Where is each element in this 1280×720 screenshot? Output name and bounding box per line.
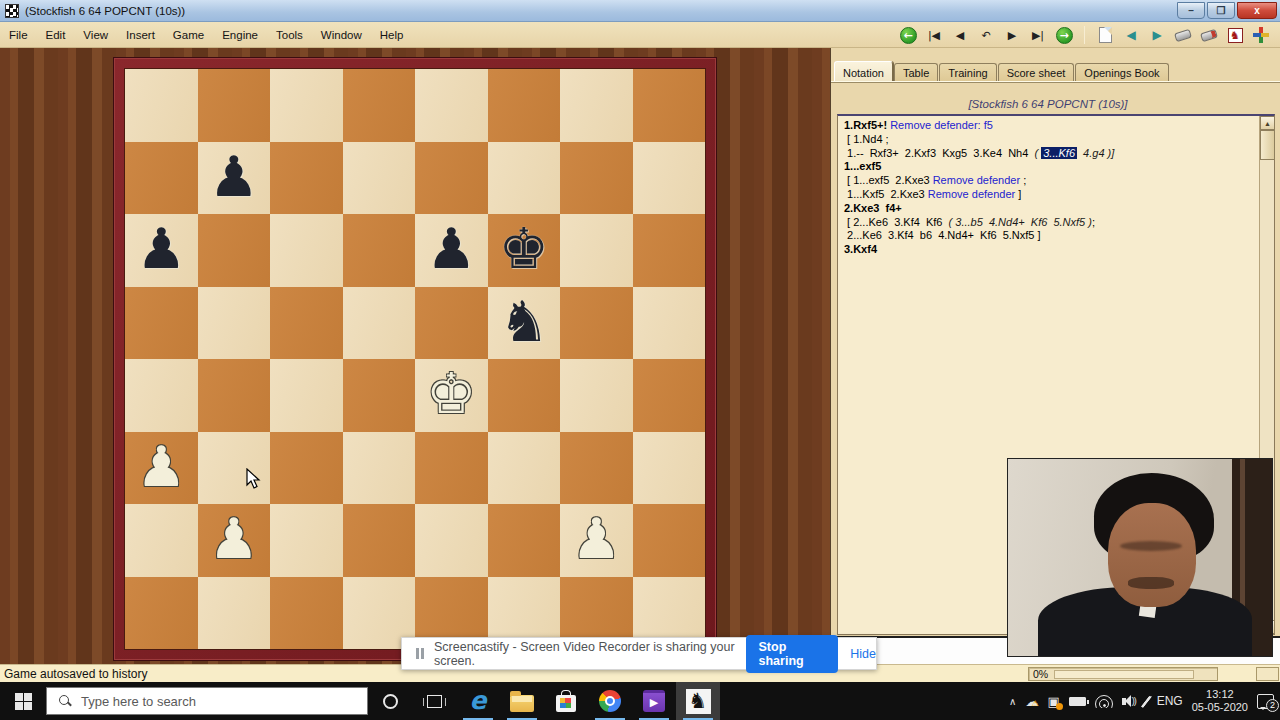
taskbar-apps: e▶♞ xyxy=(368,682,720,720)
square-f4[interactable] xyxy=(488,359,561,432)
square-a5[interactable] xyxy=(125,287,198,360)
setup-position-icon[interactable]: ♞ xyxy=(1224,25,1246,45)
file-explorer-icon xyxy=(510,695,534,712)
menu-insert[interactable]: Insert xyxy=(117,29,164,41)
task-view-icon xyxy=(427,695,442,708)
menu-game[interactable]: Game xyxy=(164,29,213,41)
move-text[interactable]: ( 3...b5 4.Nd4+ Kf6 5.Nxf5 ) xyxy=(949,216,1092,228)
menu-engine[interactable]: Engine xyxy=(213,29,267,41)
square-a2[interactable] xyxy=(125,504,198,577)
menu-edit[interactable]: Edit xyxy=(37,29,75,41)
square-c7[interactable] xyxy=(270,142,343,215)
menu-tools[interactable]: Tools xyxy=(267,29,312,41)
scrollbar-thumb[interactable] xyxy=(1260,130,1275,160)
square-d2[interactable] xyxy=(343,504,416,577)
windows-logo-icon xyxy=(15,693,32,710)
move-text[interactable]: ; xyxy=(1020,174,1026,186)
cortana-icon[interactable] xyxy=(368,682,412,720)
taskbar-search[interactable]: Type here to search xyxy=(46,687,368,715)
square-g7[interactable] xyxy=(560,142,633,215)
square-h4[interactable] xyxy=(633,359,706,432)
search-icon xyxy=(59,695,71,707)
square-e8[interactable] xyxy=(415,69,488,142)
move-text[interactable]: 1...exf5 xyxy=(844,160,881,172)
square-a4[interactable] xyxy=(125,359,198,432)
panel-tabs: NotationTableTrainingScore sheetOpenings… xyxy=(834,61,1170,81)
move-text[interactable]: [ 1.Nd4 ; xyxy=(844,133,889,145)
square-f2[interactable] xyxy=(488,504,561,577)
square-f8[interactable] xyxy=(488,69,561,142)
square-c5[interactable] xyxy=(270,287,343,360)
notation-line[interactable]: 1.-- Rxf3+ 2.Kxf3 Kxg5 3.Ke4 Nh4 ( 3...K… xyxy=(844,147,1256,161)
person-face xyxy=(1108,503,1196,607)
tab-training[interactable]: Training xyxy=(939,63,996,83)
last-move-icon[interactable]: ▶| xyxy=(1027,25,1049,45)
square-d7[interactable] xyxy=(343,142,416,215)
square-g8[interactable] xyxy=(560,69,633,142)
notation-line[interactable]: [ 1.Nd4 ; xyxy=(844,133,1256,147)
clock[interactable]: 13:12 05-05-2020 xyxy=(1192,688,1248,714)
engine-header: [Stockfish 6 64 POPCNT (10s)] xyxy=(831,98,1265,110)
move-text[interactable]: 1.-- Rxf3+ 2.Kxf3 Kxg5 3.Ke4 Nh4 xyxy=(844,147,1034,159)
chessboard-app-icon xyxy=(5,4,19,18)
title-bar: (Stockfish 6 64 POPCNT (10s)) –❐x xyxy=(0,0,1280,22)
screen: (Stockfish 6 64 POPCNT (10s)) –❐x FileEd… xyxy=(0,0,1280,720)
square-b5[interactable] xyxy=(198,287,271,360)
square-c8[interactable] xyxy=(270,69,343,142)
square-c6[interactable] xyxy=(270,214,343,287)
white-pawn[interactable]: ♟ xyxy=(560,504,633,577)
square-g6[interactable] xyxy=(560,214,633,287)
first-move-icon[interactable]: |◀ xyxy=(923,25,945,45)
tab-divider xyxy=(831,81,1280,82)
arrow-left-icon[interactable]: ◀ xyxy=(1120,25,1142,45)
square-e3[interactable] xyxy=(415,432,488,505)
movies-tv-icon: ▶ xyxy=(643,690,665,712)
chess-app-icon[interactable]: ♞ xyxy=(676,682,720,720)
square-c4[interactable] xyxy=(270,359,343,432)
start-button[interactable] xyxy=(0,682,46,720)
tab-table[interactable]: Table xyxy=(894,63,938,83)
square-b6[interactable] xyxy=(198,214,271,287)
move-text[interactable]: 3...Kf6 xyxy=(1041,147,1077,159)
notation-line[interactable]: 1...exf5 xyxy=(844,160,1256,174)
square-b4[interactable] xyxy=(198,359,271,432)
square-e6[interactable]: ♟ xyxy=(415,214,488,287)
move-text[interactable]: 2...Ke6 3.Kf4 b6 4.Nd4+ Kf6 5.Nxf5 ] xyxy=(844,229,1041,241)
move-text[interactable]: ; xyxy=(1092,216,1095,228)
system-tray: ∧ ☁⚠ ▣ )) ENG 13:12 05-05-2020 2 xyxy=(1009,682,1280,720)
move-text[interactable]: Remove defender: f5 xyxy=(887,119,993,131)
minimize-button[interactable]: – xyxy=(1177,2,1205,19)
next-move-icon[interactable]: ▶ xyxy=(1001,25,1023,45)
notation-line[interactable]: 3.Kxf4 xyxy=(844,243,1256,257)
store-icon[interactable] xyxy=(544,682,588,720)
square-h8[interactable] xyxy=(633,69,706,142)
cloud-warning-icon[interactable]: ☁⚠ xyxy=(1025,694,1038,709)
move-text[interactable]: 1...Kxf5 2.Kxe3 xyxy=(844,188,928,200)
square-c2[interactable] xyxy=(270,504,343,577)
tray-chevron-icon[interactable]: ∧ xyxy=(1009,696,1016,707)
screencastify-bar: Screencastify - Screen Video Recorder is… xyxy=(401,637,877,670)
square-a8[interactable] xyxy=(125,69,198,142)
taskbar: Type here to search e▶♞ ∧ ☁⚠ ▣ )) ENG 13… xyxy=(0,682,1280,720)
person-brow xyxy=(1120,541,1182,551)
tab-openings-book[interactable]: Openings Book xyxy=(1075,63,1168,83)
square-b1[interactable] xyxy=(198,577,271,650)
square-a7[interactable] xyxy=(125,142,198,215)
menu-file[interactable]: File xyxy=(0,29,37,41)
store-icon xyxy=(556,695,576,712)
arrow-right-icon[interactable]: ▶ xyxy=(1146,25,1168,45)
white-pawn[interactable]: ♟ xyxy=(125,432,198,505)
move-text[interactable]: [ 2...Ke6 3.Kf4 Kf6 xyxy=(844,216,949,228)
square-h2[interactable] xyxy=(633,504,706,577)
move-text[interactable]: 2.Kxe3 f4+ xyxy=(844,202,902,214)
square-a6[interactable]: ♟ xyxy=(125,214,198,287)
menu-view[interactable]: View xyxy=(74,29,117,41)
square-d4[interactable] xyxy=(343,359,416,432)
chess-app-icon: ♞ xyxy=(686,689,711,714)
mouse-cursor xyxy=(246,468,261,490)
move-text[interactable]: ] xyxy=(1015,188,1021,200)
tab-score-sheet[interactable]: Score sheet xyxy=(998,63,1075,83)
square-h3[interactable] xyxy=(633,432,706,505)
notation-line[interactable]: [ 1...exf5 2.Kxe3 Remove defender ; xyxy=(844,174,1256,188)
notification-badge: 2 xyxy=(1266,699,1279,712)
square-d8[interactable] xyxy=(343,69,416,142)
square-a3[interactable]: ♟ xyxy=(125,432,198,505)
engine-progress: 0% xyxy=(1028,667,1218,681)
black-king[interactable]: ♚ xyxy=(488,214,561,287)
move-text[interactable]: 4.g4 )] xyxy=(1077,147,1114,159)
language-indicator[interactable]: ENG xyxy=(1157,694,1183,708)
square-f5[interactable]: ♞ xyxy=(488,287,561,360)
add-icon[interactable] xyxy=(1250,25,1272,45)
square-g4[interactable] xyxy=(560,359,633,432)
progress-track xyxy=(1054,670,1194,679)
pause-icon xyxy=(416,648,424,659)
photos-icon[interactable]: ▣ xyxy=(1047,694,1059,709)
status-message: Game autosaved to history xyxy=(4,667,147,681)
marker-icon[interactable] xyxy=(1198,25,1220,45)
black-pawn[interactable]: ♟ xyxy=(198,142,271,215)
action-center-icon[interactable]: 2 xyxy=(1257,694,1274,709)
notation-line[interactable]: 2...Ke6 3.Kf4 b6 4.Nd4+ Kf6 5.Nxf5 ] xyxy=(844,229,1256,243)
black-knight[interactable]: ♞ xyxy=(488,287,561,360)
volume-icon[interactable]: )) xyxy=(1122,695,1136,707)
jump-back-icon[interactable]: ← xyxy=(897,25,919,45)
square-b2[interactable]: ♟ xyxy=(198,504,271,577)
tray-date: 05-05-2020 xyxy=(1192,701,1248,713)
white-king[interactable]: ♚ xyxy=(415,359,488,432)
toolbar: ←|◀◀↶▶▶|→◀▶♞ xyxy=(897,22,1272,48)
task-view-icon[interactable] xyxy=(412,682,456,720)
move-text[interactable]: [ 1...exf5 2.Kxe3 xyxy=(844,174,933,186)
previous-move-icon[interactable]: ◀ xyxy=(949,25,971,45)
square-d6[interactable] xyxy=(343,214,416,287)
square-a1[interactable] xyxy=(125,577,198,650)
white-pawn[interactable]: ♟ xyxy=(198,504,271,577)
square-b7[interactable]: ♟ xyxy=(198,142,271,215)
move-text[interactable]: 3.Kxf4 xyxy=(844,243,877,255)
eraser-icon[interactable] xyxy=(1172,25,1194,45)
search-placeholder: Type here to search xyxy=(81,694,196,709)
menu-window[interactable]: Window xyxy=(312,29,371,41)
square-e4[interactable]: ♚ xyxy=(415,359,488,432)
pen-icon[interactable] xyxy=(1140,694,1152,708)
square-e5[interactable] xyxy=(415,287,488,360)
tray-time: 13:12 xyxy=(1206,688,1234,700)
menu-help[interactable]: Help xyxy=(371,29,413,41)
window-controls: –❐x xyxy=(1177,2,1277,19)
chess-board[interactable]: ♟♟♟♚♞♚♟♟♟ xyxy=(124,68,706,650)
webcam-overlay xyxy=(1008,459,1272,656)
file-explorer-icon[interactable] xyxy=(500,682,544,720)
square-h5[interactable] xyxy=(633,287,706,360)
close-button[interactable]: x xyxy=(1237,2,1277,19)
cortana-icon xyxy=(383,694,398,709)
window-title: (Stockfish 6 64 POPCNT (10s)) xyxy=(25,5,185,17)
battery-icon[interactable] xyxy=(1069,697,1086,706)
square-b8[interactable] xyxy=(198,69,271,142)
jump-forward-icon[interactable]: → xyxy=(1053,25,1075,45)
person-mustache xyxy=(1128,577,1174,589)
edge-icon: e xyxy=(470,689,487,713)
move-text[interactable]: 1.Rxf5+! xyxy=(844,119,887,131)
notation-line[interactable]: 1.Rxf5+! Remove defender: f5 xyxy=(844,119,1256,133)
square-f7[interactable] xyxy=(488,142,561,215)
square-c1[interactable] xyxy=(270,577,343,650)
black-pawn[interactable]: ♟ xyxy=(125,214,198,287)
chess-board-frame: ♟♟♟♚♞♚♟♟♟ xyxy=(113,57,717,661)
square-f3[interactable] xyxy=(488,432,561,505)
movies-tv-icon[interactable]: ▶ xyxy=(632,682,676,720)
square-h6[interactable] xyxy=(633,214,706,287)
square-d3[interactable] xyxy=(343,432,416,505)
chrome-icon[interactable] xyxy=(588,682,632,720)
chrome-icon xyxy=(599,690,621,712)
restore-button[interactable]: ❐ xyxy=(1207,2,1235,19)
square-g2[interactable]: ♟ xyxy=(560,504,633,577)
square-g3[interactable] xyxy=(560,432,633,505)
undo-icon[interactable]: ↶ xyxy=(975,25,997,45)
wifi-icon[interactable] xyxy=(1095,695,1113,708)
new-document-icon[interactable] xyxy=(1094,25,1116,45)
square-h7[interactable] xyxy=(633,142,706,215)
black-pawn[interactable]: ♟ xyxy=(415,214,488,287)
scroll-up-icon[interactable]: ▲ xyxy=(1260,116,1275,130)
move-text[interactable]: Remove defender xyxy=(928,188,1015,200)
edge-icon[interactable]: e xyxy=(456,682,500,720)
notation-line[interactable]: [ 2...Ke6 3.Kf4 Kf6 ( 3...b5 4.Nd4+ Kf6 … xyxy=(844,216,1256,230)
notation-line[interactable]: 1...Kxf5 2.Kxe3 Remove defender ] xyxy=(844,188,1256,202)
screencastify-message: Screencastify - Screen Video Recorder is… xyxy=(434,640,736,668)
progress-percent: 0% xyxy=(1029,668,1054,680)
square-g5[interactable] xyxy=(560,287,633,360)
move-text[interactable]: Remove defender xyxy=(933,174,1020,186)
notation-line[interactable]: 2.Kxe3 f4+ xyxy=(844,202,1256,216)
tab-notation[interactable]: Notation xyxy=(834,61,893,81)
hide-link[interactable]: Hide xyxy=(850,647,876,661)
status-grip xyxy=(1256,667,1279,681)
square-f6[interactable]: ♚ xyxy=(488,214,561,287)
square-d5[interactable] xyxy=(343,287,416,360)
square-e7[interactable] xyxy=(415,142,488,215)
stop-sharing-button[interactable]: Stop sharing xyxy=(746,635,839,673)
square-e2[interactable] xyxy=(415,504,488,577)
square-c3[interactable] xyxy=(270,432,343,505)
